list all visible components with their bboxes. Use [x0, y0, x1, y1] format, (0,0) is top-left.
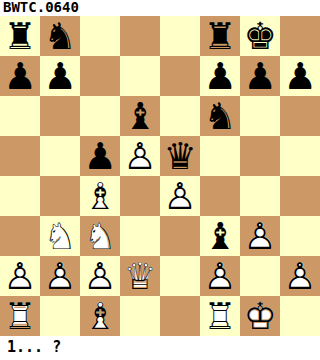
- square-c5[interactable]: ♟: [80, 136, 120, 176]
- square-d7[interactable]: [120, 56, 160, 96]
- square-d5[interactable]: ♟♙: [120, 136, 160, 176]
- white-piece-outline-layer: ♙: [280, 256, 320, 296]
- piece-black-pawn[interactable]: ♟: [280, 56, 320, 96]
- square-d8[interactable]: [120, 16, 160, 56]
- square-e3[interactable]: [160, 216, 200, 256]
- square-d6[interactable]: ♝: [120, 96, 160, 136]
- piece-black-queen[interactable]: ♛: [160, 136, 200, 176]
- chess-board: ♜♞♜♚♟♟♟♟♟♝♞♟♟♙♛♝♗♟♙♞♘♞♘♝♟♙♟♙♟♙♟♙♛♕♟♙♟♙♜♖…: [0, 16, 320, 336]
- piece-black-pawn[interactable]: ♟: [200, 56, 240, 96]
- square-b7[interactable]: ♟: [40, 56, 80, 96]
- square-e5[interactable]: ♛: [160, 136, 200, 176]
- square-b3[interactable]: ♞♘: [40, 216, 80, 256]
- square-a1[interactable]: ♜♖: [0, 296, 40, 336]
- white-piece-outline-layer: ♘: [40, 216, 80, 256]
- white-piece-outline-layer: ♘: [80, 216, 120, 256]
- square-d2[interactable]: ♛♕: [120, 256, 160, 296]
- square-h8[interactable]: [280, 16, 320, 56]
- square-h2[interactable]: ♟♙: [280, 256, 320, 296]
- square-b4[interactable]: [40, 176, 80, 216]
- square-e8[interactable]: [160, 16, 200, 56]
- square-h4[interactable]: [280, 176, 320, 216]
- piece-white-queen[interactable]: ♛♕: [120, 256, 160, 296]
- square-f3[interactable]: ♝: [200, 216, 240, 256]
- square-c6[interactable]: [80, 96, 120, 136]
- piece-black-knight[interactable]: ♞: [40, 16, 80, 56]
- square-e7[interactable]: [160, 56, 200, 96]
- diagram-title: BWTC.0640: [0, 0, 320, 16]
- square-f7[interactable]: ♟: [200, 56, 240, 96]
- square-g1[interactable]: ♚♔: [240, 296, 280, 336]
- square-f4[interactable]: [200, 176, 240, 216]
- piece-black-pawn[interactable]: ♟: [40, 56, 80, 96]
- square-g3[interactable]: ♟♙: [240, 216, 280, 256]
- piece-white-rook[interactable]: ♜♖: [200, 296, 240, 336]
- white-piece-outline-layer: ♙: [200, 256, 240, 296]
- square-g7[interactable]: ♟: [240, 56, 280, 96]
- square-d4[interactable]: [120, 176, 160, 216]
- square-a5[interactable]: [0, 136, 40, 176]
- square-a3[interactable]: [0, 216, 40, 256]
- square-a7[interactable]: ♟: [0, 56, 40, 96]
- square-a8[interactable]: ♜: [0, 16, 40, 56]
- piece-white-pawn[interactable]: ♟♙: [200, 256, 240, 296]
- white-piece-outline-layer: ♙: [120, 136, 160, 176]
- piece-white-bishop[interactable]: ♝♗: [80, 296, 120, 336]
- piece-black-bishop[interactable]: ♝: [120, 96, 160, 136]
- piece-black-pawn[interactable]: ♟: [240, 56, 280, 96]
- square-g2[interactable]: [240, 256, 280, 296]
- square-c8[interactable]: [80, 16, 120, 56]
- square-f8[interactable]: ♜: [200, 16, 240, 56]
- piece-white-bishop[interactable]: ♝♗: [80, 176, 120, 216]
- move-prompt: 1... ?: [0, 336, 320, 360]
- square-e4[interactable]: ♟♙: [160, 176, 200, 216]
- piece-white-pawn[interactable]: ♟♙: [240, 216, 280, 256]
- piece-white-pawn[interactable]: ♟♙: [160, 176, 200, 216]
- piece-black-pawn[interactable]: ♟: [80, 136, 120, 176]
- square-f2[interactable]: ♟♙: [200, 256, 240, 296]
- piece-white-king[interactable]: ♚♔: [240, 296, 280, 336]
- white-piece-outline-layer: ♙: [40, 256, 80, 296]
- square-d1[interactable]: [120, 296, 160, 336]
- piece-white-pawn[interactable]: ♟♙: [0, 256, 40, 296]
- chess-diagram: BWTC.0640 ♜♞♜♚♟♟♟♟♟♝♞♟♟♙♛♝♗♟♙♞♘♞♘♝♟♙♟♙♟♙…: [0, 0, 320, 360]
- white-piece-outline-layer: ♙: [0, 256, 40, 296]
- piece-black-pawn[interactable]: ♟: [0, 56, 40, 96]
- square-c3[interactable]: ♞♘: [80, 216, 120, 256]
- square-a4[interactable]: [0, 176, 40, 216]
- square-e6[interactable]: [160, 96, 200, 136]
- white-piece-outline-layer: ♙: [160, 176, 200, 216]
- square-b1[interactable]: [40, 296, 80, 336]
- piece-white-pawn[interactable]: ♟♙: [40, 256, 80, 296]
- square-c1[interactable]: ♝♗: [80, 296, 120, 336]
- square-c2[interactable]: ♟♙: [80, 256, 120, 296]
- square-a2[interactable]: ♟♙: [0, 256, 40, 296]
- piece-black-king[interactable]: ♚: [240, 16, 280, 56]
- piece-black-rook[interactable]: ♜: [200, 16, 240, 56]
- white-piece-outline-layer: ♗: [80, 176, 120, 216]
- square-h3[interactable]: [280, 216, 320, 256]
- square-g4[interactable]: [240, 176, 280, 216]
- square-e2[interactable]: [160, 256, 200, 296]
- piece-black-rook[interactable]: ♜: [0, 16, 40, 56]
- square-g8[interactable]: ♚: [240, 16, 280, 56]
- piece-white-pawn[interactable]: ♟♙: [280, 256, 320, 296]
- white-piece-outline-layer: ♖: [0, 296, 40, 336]
- piece-white-pawn[interactable]: ♟♙: [120, 136, 160, 176]
- square-h1[interactable]: [280, 296, 320, 336]
- square-c7[interactable]: [80, 56, 120, 96]
- square-h6[interactable]: [280, 96, 320, 136]
- square-f6[interactable]: ♞: [200, 96, 240, 136]
- white-piece-outline-layer: ♗: [80, 296, 120, 336]
- square-a6[interactable]: [0, 96, 40, 136]
- square-h7[interactable]: ♟: [280, 56, 320, 96]
- square-b2[interactable]: ♟♙: [40, 256, 80, 296]
- square-f1[interactable]: ♜♖: [200, 296, 240, 336]
- square-b6[interactable]: [40, 96, 80, 136]
- square-e1[interactable]: [160, 296, 200, 336]
- square-h5[interactable]: [280, 136, 320, 176]
- piece-black-bishop[interactable]: ♝: [200, 216, 240, 256]
- white-piece-outline-layer: ♔: [240, 296, 280, 336]
- square-b5[interactable]: [40, 136, 80, 176]
- white-piece-outline-layer: ♖: [200, 296, 240, 336]
- square-d3[interactable]: [120, 216, 160, 256]
- piece-white-rook[interactable]: ♜♖: [0, 296, 40, 336]
- square-f5[interactable]: [200, 136, 240, 176]
- white-piece-outline-layer: ♕: [120, 256, 160, 296]
- square-g6[interactable]: [240, 96, 280, 136]
- white-piece-outline-layer: ♙: [240, 216, 280, 256]
- square-g5[interactable]: [240, 136, 280, 176]
- piece-white-pawn[interactable]: ♟♙: [80, 256, 120, 296]
- piece-white-knight[interactable]: ♞♘: [40, 216, 80, 256]
- square-c4[interactable]: ♝♗: [80, 176, 120, 216]
- square-b8[interactable]: ♞: [40, 16, 80, 56]
- piece-white-knight[interactable]: ♞♘: [80, 216, 120, 256]
- white-piece-outline-layer: ♙: [80, 256, 120, 296]
- piece-black-knight[interactable]: ♞: [200, 96, 240, 136]
